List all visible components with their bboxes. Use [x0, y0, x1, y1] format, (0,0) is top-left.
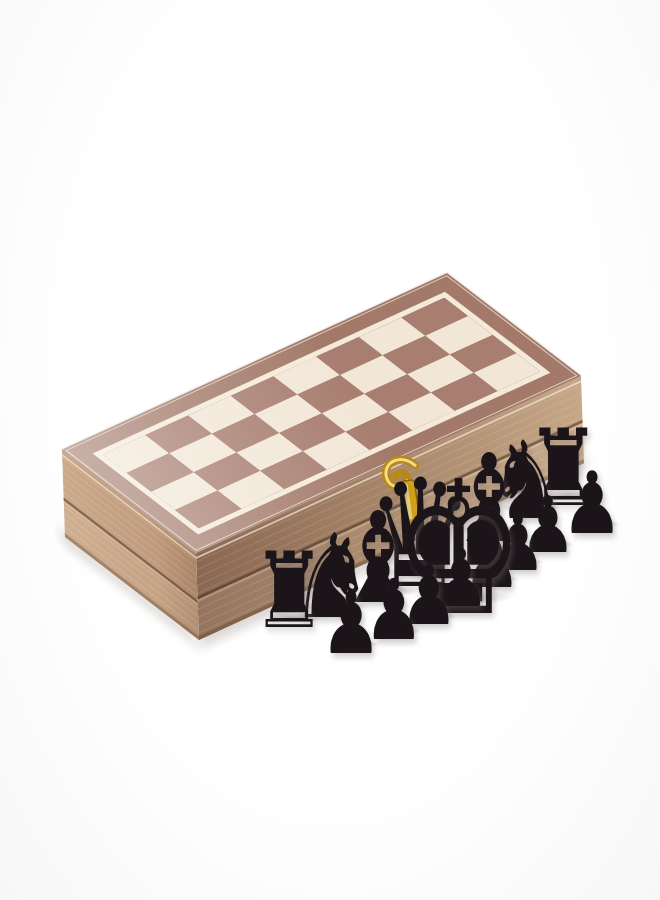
black-pawn-piece: ♟ — [317, 580, 386, 666]
product-photo: ♜♞♝♛♚♝♞♜♟♟♟♟♟♟♟♟ — [0, 0, 660, 900]
